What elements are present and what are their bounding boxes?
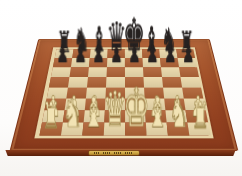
square-g7[interactable]: ♟: [160, 58, 179, 67]
piece-black-pawn[interactable]: ♟: [128, 41, 140, 66]
piece-black-pawn[interactable]: ♟: [74, 41, 86, 66]
square-b1[interactable]: ♞: [61, 122, 84, 135]
piece-white-knight[interactable]: ♞: [169, 94, 189, 133]
square-f1[interactable]: ♝: [146, 122, 168, 135]
square-b7[interactable]: ♟: [71, 58, 90, 67]
square-c7[interactable]: ♟: [89, 58, 107, 67]
piece-black-pawn[interactable]: ♟: [164, 41, 176, 66]
piece-white-rook[interactable]: ♜: [41, 98, 59, 134]
square-a1[interactable]: ♜: [39, 122, 62, 135]
board-scene: ♜♞♝♛♚♝♞♜♟♟♟♟♟♟♟♟♟♟♟♟♟♟♟♟♜♞♝♛♚♝♞♜: [26, 0, 222, 176]
square-a5[interactable]: [49, 77, 70, 87]
square-h6[interactable]: [179, 67, 199, 77]
square-a7[interactable]: ♟: [53, 58, 72, 67]
square-e1[interactable]: ♚: [125, 122, 146, 135]
square-d7[interactable]: ♟: [107, 58, 125, 67]
square-b5[interactable]: [68, 77, 88, 87]
square-g6[interactable]: [161, 67, 181, 77]
brass-plaque: [89, 151, 139, 155]
square-h5[interactable]: [181, 77, 202, 87]
piece-white-bishop[interactable]: ♝: [147, 92, 168, 134]
square-a6[interactable]: [51, 67, 71, 77]
piece-black-pawn[interactable]: ♟: [146, 41, 158, 66]
board-front-edge: [4, 150, 237, 156]
square-e7[interactable]: ♟: [125, 58, 143, 67]
chessboard-photo: ♜♞♝♛♚♝♞♜♟♟♟♟♟♟♟♟♟♟♟♟♟♟♟♟♜♞♝♛♚♝♞♜: [0, 0, 242, 176]
piece-black-pawn[interactable]: ♟: [182, 41, 194, 66]
piece-black-pawn[interactable]: ♟: [56, 41, 68, 66]
chess-board[interactable]: ♜♞♝♛♚♝♞♜♟♟♟♟♟♟♟♟♟♟♟♟♟♟♟♟♜♞♝♛♚♝♞♜: [34, 47, 213, 138]
square-b6[interactable]: [69, 67, 88, 77]
piece-white-king[interactable]: ♚: [122, 80, 149, 134]
piece-white-bishop[interactable]: ♝: [83, 92, 104, 134]
square-g5[interactable]: [162, 77, 182, 87]
square-c1[interactable]: ♝: [82, 122, 104, 135]
square-h7[interactable]: ♟: [178, 58, 197, 67]
square-f7[interactable]: ♟: [142, 58, 161, 67]
board-frame: ♜♞♝♛♚♝♞♜♟♟♟♟♟♟♟♟♟♟♟♟♟♟♟♟♜♞♝♛♚♝♞♜: [10, 39, 239, 151]
piece-black-pawn[interactable]: ♟: [92, 41, 104, 66]
square-h1[interactable]: ♜: [187, 122, 210, 135]
piece-white-rook[interactable]: ♜: [191, 98, 209, 134]
square-c6[interactable]: [88, 67, 107, 77]
piece-white-knight[interactable]: ♞: [62, 94, 82, 133]
square-g1[interactable]: ♞: [167, 122, 190, 135]
piece-black-pawn[interactable]: ♟: [110, 41, 122, 66]
